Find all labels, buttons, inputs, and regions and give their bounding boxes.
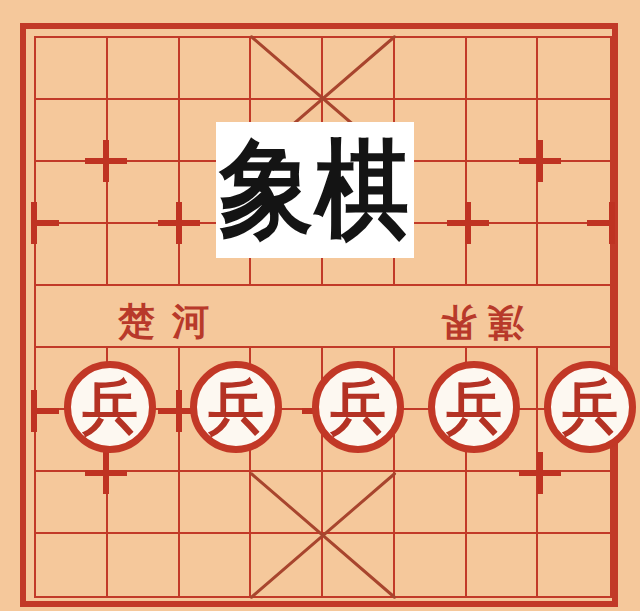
position-marker (447, 202, 489, 244)
title-text: 象棋 (219, 136, 411, 243)
position-marker (13, 202, 55, 244)
board-cell (395, 472, 467, 534)
board-cell (467, 534, 539, 596)
board-cell (108, 38, 180, 100)
board-cell (36, 534, 108, 596)
position-marker (13, 390, 55, 432)
board-cell (36, 38, 108, 100)
piece-red-soldier[interactable]: 兵 (544, 361, 636, 453)
piece-red-soldier[interactable]: 兵 (312, 361, 404, 453)
position-marker (519, 452, 561, 494)
board-cell (467, 38, 539, 100)
position-marker (85, 140, 127, 182)
board-cell (180, 534, 252, 596)
piece-red-soldier[interactable]: 兵 (428, 361, 520, 453)
title-overlay: 象棋 (216, 122, 414, 258)
board-cell (538, 286, 610, 348)
position-marker (519, 140, 561, 182)
position-marker (158, 202, 200, 244)
river-label-chu-he: 楚河 (118, 297, 226, 347)
piece-label: 兵 (208, 378, 264, 437)
board-cell (538, 534, 610, 596)
river-label-han-jie: 漢界 (430, 297, 524, 347)
position-marker (85, 452, 127, 494)
board-cell (251, 286, 323, 348)
piece-label: 兵 (446, 378, 502, 437)
piece-red-soldier[interactable]: 兵 (190, 361, 282, 453)
piece-label: 兵 (330, 378, 386, 437)
board-cell (180, 38, 252, 100)
board-cell (108, 534, 180, 596)
piece-label: 兵 (82, 378, 138, 437)
board-cell (538, 38, 610, 100)
piece-red-soldier[interactable]: 兵 (64, 361, 156, 453)
position-marker (591, 202, 633, 244)
board-cell (36, 286, 108, 348)
board-cell (323, 286, 395, 348)
xiangqi-board-illustration: 楚河 漢界 象棋 兵兵兵兵兵 (0, 0, 640, 611)
board-cell (395, 534, 467, 596)
board-cell (180, 472, 252, 534)
piece-label: 兵 (562, 378, 618, 437)
board-cell (395, 38, 467, 100)
